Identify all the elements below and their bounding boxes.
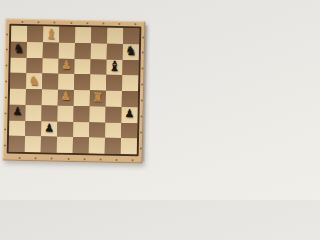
square-g8[interactable] xyxy=(107,28,123,44)
frame-coordinate-mark xyxy=(141,52,143,54)
piece-white-knight[interactable]: ♞ xyxy=(28,74,40,87)
square-e8[interactable] xyxy=(75,27,91,43)
square-h7[interactable]: ♞ xyxy=(123,44,139,60)
square-b7[interactable] xyxy=(27,42,43,58)
frame-coordinate-mark xyxy=(67,157,69,159)
square-d6[interactable]: ♟ xyxy=(58,58,74,74)
frame-coordinate-mark xyxy=(135,23,137,25)
square-f2[interactable] xyxy=(89,122,105,138)
frame-coordinate-mark xyxy=(83,158,85,160)
square-f4[interactable]: ♜ xyxy=(90,90,106,106)
frame-coordinate-mark xyxy=(51,157,53,159)
piece-black-pawn[interactable]: ♟ xyxy=(124,108,134,119)
square-b8[interactable] xyxy=(27,26,43,42)
square-g4[interactable] xyxy=(106,91,122,107)
square-e7[interactable] xyxy=(75,43,91,59)
frame-coordinate-mark xyxy=(116,158,118,160)
square-c4[interactable] xyxy=(42,89,58,105)
piece-black-pawn[interactable]: ♟ xyxy=(44,122,54,133)
square-h8[interactable] xyxy=(123,28,139,44)
square-d8[interactable] xyxy=(59,27,75,43)
square-c7[interactable] xyxy=(43,42,59,58)
square-c5[interactable] xyxy=(42,74,58,90)
square-d5[interactable] xyxy=(58,74,74,90)
square-a4[interactable] xyxy=(10,89,26,105)
square-d3[interactable] xyxy=(57,105,73,121)
frame-coordinate-mark xyxy=(3,144,5,146)
square-f8[interactable] xyxy=(91,27,107,43)
piece-white-rook[interactable]: ♜ xyxy=(92,91,103,103)
frame-coordinate-mark xyxy=(142,36,144,38)
photo-of-chess-board: { "game": "chess", "position": { "fen": … xyxy=(0,0,150,200)
square-c8[interactable]: ♝ xyxy=(43,26,59,42)
frame-coordinate-mark xyxy=(4,128,6,130)
square-g6[interactable]: ♝ xyxy=(106,59,122,75)
square-h6[interactable] xyxy=(122,60,138,76)
square-f3[interactable] xyxy=(89,106,105,122)
square-h1[interactable] xyxy=(121,138,137,154)
board-playing-area: ♝♞♞♟♝♞♟♜♟♟♟ xyxy=(7,24,142,157)
board-edge-shadow xyxy=(143,25,149,161)
square-h2[interactable] xyxy=(121,122,137,138)
piece-white-pawn[interactable]: ♟ xyxy=(61,60,71,71)
frame-coordinate-mark xyxy=(102,22,104,24)
frame-coordinate-mark xyxy=(139,147,141,149)
square-f1[interactable] xyxy=(89,138,105,154)
square-g2[interactable] xyxy=(105,122,121,138)
piece-white-pawn[interactable]: ♟ xyxy=(61,91,71,102)
square-e6[interactable] xyxy=(74,59,90,75)
square-d2[interactable] xyxy=(57,121,73,137)
frame-coordinate-mark xyxy=(5,65,7,67)
frame-coordinate-mark xyxy=(140,115,142,117)
square-c3[interactable] xyxy=(41,105,57,121)
square-d4[interactable]: ♟ xyxy=(58,90,74,106)
frame-coordinate-mark xyxy=(141,68,143,70)
square-e2[interactable] xyxy=(73,121,89,137)
frame-coordinate-mark xyxy=(140,131,142,133)
square-e1[interactable] xyxy=(73,137,89,153)
frame-coordinate-mark xyxy=(140,99,142,101)
square-b2[interactable] xyxy=(25,120,41,136)
frame-coordinate-mark xyxy=(19,156,21,158)
square-h4[interactable] xyxy=(122,91,138,107)
square-b4[interactable] xyxy=(26,89,42,105)
square-g1[interactable] xyxy=(105,138,121,154)
square-f7[interactable] xyxy=(91,43,107,59)
square-a3[interactable]: ♟ xyxy=(9,104,25,120)
piece-black-knight[interactable]: ♞ xyxy=(13,42,25,55)
frame-coordinate-mark xyxy=(5,81,7,83)
piece-black-knight[interactable]: ♞ xyxy=(125,44,137,57)
square-b6[interactable] xyxy=(26,58,42,74)
square-b1[interactable] xyxy=(25,136,41,152)
piece-white-bishop[interactable]: ♝ xyxy=(45,26,58,40)
square-a7[interactable]: ♞ xyxy=(11,41,27,57)
board-grid: ♝♞♞♟♝♞♟♜♟♟♟ xyxy=(9,26,140,155)
piece-black-bishop[interactable]: ♝ xyxy=(108,59,121,73)
frame-coordinate-mark xyxy=(6,33,8,35)
square-a6[interactable] xyxy=(10,57,26,73)
frame-coordinate-mark xyxy=(141,84,143,86)
square-a2[interactable] xyxy=(9,120,25,136)
square-d1[interactable] xyxy=(57,137,73,153)
chess-board: ♝♞♞♟♝♞♟♜♟♟♟ xyxy=(3,19,146,164)
frame-coordinate-mark xyxy=(21,20,23,22)
square-b5[interactable]: ♞ xyxy=(26,73,42,89)
square-f6[interactable] xyxy=(90,59,106,75)
frame-coordinate-mark xyxy=(54,21,56,23)
square-h5[interactable] xyxy=(122,75,138,91)
square-f5[interactable] xyxy=(90,75,106,91)
square-e3[interactable] xyxy=(73,106,89,122)
square-a8[interactable] xyxy=(11,26,27,42)
frame-coordinate-mark xyxy=(86,22,88,24)
frame-coordinate-mark xyxy=(132,159,134,161)
square-g3[interactable] xyxy=(105,106,121,122)
frame-coordinate-mark xyxy=(35,157,37,159)
frame-coordinate-mark xyxy=(100,158,102,160)
square-c2[interactable]: ♟ xyxy=(41,121,57,137)
square-c1[interactable] xyxy=(41,137,57,153)
frame-coordinate-mark xyxy=(4,97,6,99)
square-d7[interactable] xyxy=(59,42,75,58)
frame-coordinate-mark xyxy=(5,49,7,51)
frame-coordinate-mark xyxy=(38,21,40,23)
square-e4[interactable] xyxy=(74,90,90,106)
square-b3[interactable] xyxy=(25,105,41,121)
square-e5[interactable] xyxy=(74,74,90,90)
piece-black-pawn[interactable]: ♟ xyxy=(13,106,23,117)
square-h3[interactable]: ♟ xyxy=(121,107,137,123)
square-g7[interactable] xyxy=(107,43,123,59)
frame-coordinate-mark xyxy=(119,22,121,24)
frame-coordinate-mark xyxy=(4,113,6,115)
square-c6[interactable] xyxy=(42,58,58,74)
square-g5[interactable] xyxy=(106,75,122,91)
frame-coordinate-mark xyxy=(70,21,72,23)
square-a1[interactable] xyxy=(9,136,25,152)
square-a5[interactable] xyxy=(10,73,26,89)
